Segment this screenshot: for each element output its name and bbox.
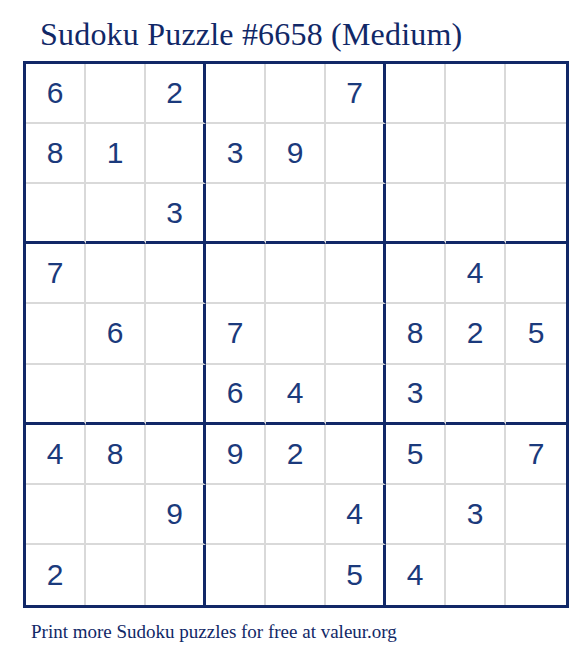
sudoku-board: 627813937467825643489257943254	[23, 61, 569, 608]
sudoku-cell-r5c2: 6	[86, 304, 146, 364]
sudoku-cell-r4c5	[266, 244, 326, 304]
sudoku-cell-r5c5	[266, 304, 326, 364]
sudoku-cell-r1c7	[386, 64, 446, 124]
sudoku-cell-r1c2	[86, 64, 146, 124]
sudoku-cell-r4c1: 7	[26, 244, 86, 304]
sudoku-cell-r1c1: 6	[26, 64, 86, 124]
page-title: Sudoku Puzzle #6658 (Medium)	[40, 16, 574, 52]
sudoku-cell-r8c4	[206, 485, 266, 545]
sudoku-cell-r8c7	[386, 485, 446, 545]
sudoku-cell-r8c6: 4	[326, 485, 386, 545]
sudoku-cell-r9c4	[206, 545, 266, 605]
sudoku-cell-r6c7: 3	[386, 365, 446, 425]
sudoku-cell-r8c3: 9	[146, 485, 206, 545]
sudoku-cell-r9c9	[506, 545, 566, 605]
sudoku-cell-r3c4	[206, 184, 266, 244]
sudoku-cell-r8c9	[506, 485, 566, 545]
sudoku-cell-r1c3: 2	[146, 64, 206, 124]
sudoku-cell-r4c4	[206, 244, 266, 304]
sudoku-cell-r2c1: 8	[26, 124, 86, 184]
sudoku-cell-r4c9	[506, 244, 566, 304]
sudoku-cell-r4c2	[86, 244, 146, 304]
sudoku-cell-r2c6	[326, 124, 386, 184]
sudoku-cell-r6c9	[506, 365, 566, 425]
sudoku-cell-r6c6	[326, 365, 386, 425]
sudoku-cell-r7c3	[146, 425, 206, 485]
sudoku-cell-r6c2	[86, 365, 146, 425]
sudoku-cell-r7c2: 8	[86, 425, 146, 485]
footer-credit-text: Print more Sudoku puzzles for free at va…	[31, 621, 574, 643]
sudoku-cell-r3c3: 3	[146, 184, 206, 244]
sudoku-cell-r5c6	[326, 304, 386, 364]
sudoku-cell-r7c6	[326, 425, 386, 485]
sudoku-cell-r4c3	[146, 244, 206, 304]
sudoku-cell-r9c1: 2	[26, 545, 86, 605]
sudoku-cell-r3c9	[506, 184, 566, 244]
sudoku-cell-r4c6	[326, 244, 386, 304]
sudoku-cell-r6c5: 4	[266, 365, 326, 425]
sudoku-cell-r9c8	[446, 545, 506, 605]
sudoku-cell-r3c8	[446, 184, 506, 244]
sudoku-cell-r8c5	[266, 485, 326, 545]
sudoku-cell-r1c8	[446, 64, 506, 124]
sudoku-cell-r7c9: 7	[506, 425, 566, 485]
sudoku-cell-r7c8	[446, 425, 506, 485]
sudoku-cell-r2c9	[506, 124, 566, 184]
sudoku-cell-r2c7	[386, 124, 446, 184]
sudoku-cell-r4c7	[386, 244, 446, 304]
sudoku-cell-r4c8: 4	[446, 244, 506, 304]
sudoku-cell-r7c4: 9	[206, 425, 266, 485]
sudoku-cell-r9c3	[146, 545, 206, 605]
sudoku-cell-r1c5	[266, 64, 326, 124]
sudoku-cell-r9c6: 5	[326, 545, 386, 605]
sudoku-cell-r5c7: 8	[386, 304, 446, 364]
sudoku-cell-r2c2: 1	[86, 124, 146, 184]
sudoku-cell-r5c3	[146, 304, 206, 364]
sudoku-cell-r9c7: 4	[386, 545, 446, 605]
sudoku-cell-r8c8: 3	[446, 485, 506, 545]
sudoku-cell-r5c4: 7	[206, 304, 266, 364]
sudoku-cell-r1c6: 7	[326, 64, 386, 124]
sudoku-cell-r8c2	[86, 485, 146, 545]
sudoku-cell-r3c5	[266, 184, 326, 244]
sudoku-cell-r5c1	[26, 304, 86, 364]
sudoku-cell-r2c8	[446, 124, 506, 184]
sudoku-cell-r3c1	[26, 184, 86, 244]
sudoku-cell-r7c1: 4	[26, 425, 86, 485]
sudoku-cell-r6c1	[26, 365, 86, 425]
sudoku-cell-r5c9: 5	[506, 304, 566, 364]
sudoku-cell-r3c7	[386, 184, 446, 244]
sudoku-cell-r9c2	[86, 545, 146, 605]
sudoku-cell-r7c7: 5	[386, 425, 446, 485]
sudoku-cell-r6c3	[146, 365, 206, 425]
sudoku-cell-r5c8: 2	[446, 304, 506, 364]
sudoku-cell-r2c4: 3	[206, 124, 266, 184]
sudoku-cell-r1c9	[506, 64, 566, 124]
sudoku-cell-r3c2	[86, 184, 146, 244]
sudoku-cell-r6c8	[446, 365, 506, 425]
sudoku-cell-r9c5	[266, 545, 326, 605]
sudoku-cell-r2c5: 9	[266, 124, 326, 184]
sudoku-cell-r2c3	[146, 124, 206, 184]
sudoku-cell-r7c5: 2	[266, 425, 326, 485]
sudoku-cell-r3c6	[326, 184, 386, 244]
sudoku-cell-r8c1	[26, 485, 86, 545]
sudoku-cell-r6c4: 6	[206, 365, 266, 425]
sudoku-cell-r1c4	[206, 64, 266, 124]
